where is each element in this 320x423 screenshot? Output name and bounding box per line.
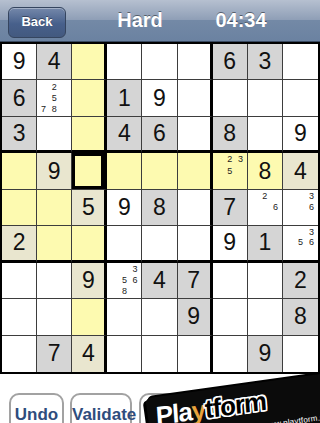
given-digit: 1 <box>118 87 131 110</box>
cell-r9c7[interactable] <box>213 336 248 372</box>
given-digit: 9 <box>187 305 200 328</box>
cell-r2c9[interactable] <box>283 80 318 116</box>
cell-r3c8[interactable] <box>248 117 283 153</box>
cell-r4c5[interactable] <box>142 153 177 189</box>
sudoku-app: Back Hard 04:34 946362578193468992358459… <box>0 0 320 423</box>
given-digit: 9 <box>258 342 271 365</box>
given-digit: 2 <box>294 269 307 292</box>
cell-r5c8[interactable]: 26 <box>248 190 283 226</box>
undo-button[interactable]: Undo <box>9 393 64 423</box>
cell-r6c6[interactable] <box>178 226 213 262</box>
given-digit: 8 <box>153 196 166 219</box>
given-digit: 7 <box>223 196 236 219</box>
given-digit: 9 <box>82 269 95 292</box>
pencil-marks: 2578 <box>38 81 70 114</box>
cell-r9c5[interactable] <box>142 336 177 372</box>
cell-r5c4[interactable]: 9 <box>107 190 142 226</box>
cell-r3c3[interactable] <box>72 117 107 153</box>
cell-r5c6[interactable] <box>178 190 213 226</box>
user-digit: 8 <box>258 160 271 183</box>
cell-r4c9[interactable]: 4 <box>283 153 318 189</box>
cell-r8c5[interactable] <box>142 299 177 335</box>
cell-r9c4[interactable] <box>107 336 142 372</box>
user-digit: 9 <box>294 122 307 145</box>
cell-r6c1[interactable]: 2 <box>2 226 37 262</box>
cell-r8c6[interactable]: 9 <box>178 299 213 335</box>
cell-r6c3[interactable] <box>72 226 107 262</box>
given-digit: 4 <box>153 269 166 292</box>
cell-r4c7[interactable]: 235 <box>213 153 248 189</box>
given-digit: 1 <box>258 231 271 254</box>
pencil-marks: 36 <box>284 191 317 224</box>
cell-r8c7[interactable] <box>213 299 248 335</box>
cell-r5c1[interactable] <box>2 190 37 226</box>
pencil-marks: 356 <box>284 227 317 258</box>
cell-r9c3[interactable]: 4 <box>72 336 107 372</box>
cell-r8c9[interactable]: 8 <box>283 299 318 335</box>
cell-r5c3[interactable]: 5 <box>72 190 107 226</box>
user-digit: 9 <box>153 87 166 110</box>
given-digit: 5 <box>82 196 95 219</box>
cell-r4c4[interactable] <box>107 153 142 189</box>
given-digit: 7 <box>48 342 61 365</box>
cell-r7c2[interactable] <box>37 263 72 299</box>
cell-r8c3[interactable] <box>72 299 107 335</box>
cell-r6c7[interactable]: 9 <box>213 226 248 262</box>
given-digit: 6 <box>223 50 236 73</box>
cell-r4c6[interactable] <box>178 153 213 189</box>
user-digit: 9 <box>118 196 131 219</box>
cell-r8c1[interactable] <box>2 299 37 335</box>
pencil-marks: 235 <box>214 154 246 187</box>
user-digit: 9 <box>13 50 26 73</box>
game-timer: 04:34 <box>206 9 276 32</box>
cell-r7c9[interactable]: 2 <box>283 263 318 299</box>
cell-r9c6[interactable] <box>178 336 213 372</box>
cell-r7c7[interactable] <box>213 263 248 299</box>
cell-r8c8[interactable] <box>248 299 283 335</box>
cell-r2c5[interactable]: 9 <box>142 80 177 116</box>
given-digit: 3 <box>258 50 271 73</box>
cell-r6c8[interactable]: 1 <box>248 226 283 262</box>
cell-r7c4[interactable]: 3568 <box>107 263 142 299</box>
given-digit: 6 <box>13 87 26 110</box>
cell-r3c5[interactable]: 6 <box>142 117 177 153</box>
cell-r6c5[interactable] <box>142 226 177 262</box>
cell-r2c3[interactable] <box>72 80 107 116</box>
given-digit: 9 <box>48 160 61 183</box>
cell-r1c2[interactable]: 4 <box>37 44 72 80</box>
cell-r5c5[interactable]: 8 <box>142 190 177 226</box>
given-digit: 6 <box>153 122 166 145</box>
given-digit: 4 <box>294 160 307 183</box>
cell-r7c1[interactable] <box>2 263 37 299</box>
back-button[interactable]: Back <box>8 7 66 38</box>
cell-r3c1[interactable]: 3 <box>2 117 37 153</box>
cell-r6c2[interactable] <box>37 226 72 262</box>
playtform-url: www.playtform.net <box>263 412 320 423</box>
given-digit: 8 <box>294 305 307 328</box>
sudoku-board[interactable]: 9463625781934689923584598726362913569356… <box>0 42 320 374</box>
cell-r2c1[interactable]: 6 <box>2 80 37 116</box>
cell-r1c3[interactable] <box>72 44 107 80</box>
cell-r1c1[interactable]: 9 <box>2 44 37 80</box>
cell-r2c4[interactable]: 1 <box>107 80 142 116</box>
cell-r2c7[interactable] <box>213 80 248 116</box>
cell-r7c8[interactable] <box>248 263 283 299</box>
cell-r4c3-selected[interactable] <box>72 153 107 189</box>
cell-r3c2[interactable] <box>37 117 72 153</box>
cell-r1c5[interactable] <box>142 44 177 80</box>
given-digit: 4 <box>48 50 61 73</box>
pencil-marks: 3568 <box>108 264 140 297</box>
difficulty-title: Hard <box>90 9 190 32</box>
cell-r7c6[interactable]: 7 <box>178 263 213 299</box>
given-digit: 2 <box>13 231 26 254</box>
cell-r2c8[interactable] <box>248 80 283 116</box>
cell-r9c9[interactable] <box>283 336 318 372</box>
cell-r8c2[interactable] <box>37 299 72 335</box>
cell-r5c9[interactable]: 36 <box>283 190 318 226</box>
cell-r6c4[interactable] <box>107 226 142 262</box>
cell-r9c2[interactable]: 7 <box>37 336 72 372</box>
cell-r5c7[interactable]: 7 <box>213 190 248 226</box>
cell-r7c3[interactable]: 9 <box>72 263 107 299</box>
given-digit: 7 <box>187 269 200 292</box>
cell-r1c9[interactable] <box>283 44 318 80</box>
cell-r6c9[interactable]: 356 <box>283 226 318 262</box>
cell-r2c6[interactable] <box>178 80 213 116</box>
navigation-bar: Back Hard 04:34 <box>0 0 320 42</box>
cell-r3c6[interactable] <box>178 117 213 153</box>
given-digit: 4 <box>82 342 95 365</box>
cell-r7c5[interactable]: 4 <box>142 263 177 299</box>
cell-r9c1[interactable] <box>2 336 37 372</box>
cell-r3c4[interactable]: 4 <box>107 117 142 153</box>
cell-r4c2[interactable]: 9 <box>37 153 72 189</box>
cell-r3c9[interactable]: 9 <box>283 117 318 153</box>
cell-r4c1[interactable] <box>2 153 37 189</box>
cell-r1c6[interactable] <box>178 44 213 80</box>
cell-r4c8[interactable]: 8 <box>248 153 283 189</box>
user-digit: 9 <box>223 231 236 254</box>
given-digit: 3 <box>13 122 26 145</box>
cell-r9c8[interactable]: 9 <box>248 336 283 372</box>
validate-button[interactable]: Validate <box>70 393 132 423</box>
cell-r1c8[interactable]: 3 <box>248 44 283 80</box>
given-digit: 4 <box>118 122 131 145</box>
cell-r5c2[interactable] <box>37 190 72 226</box>
cell-r3c7[interactable]: 8 <box>213 117 248 153</box>
cell-r2c2[interactable]: 2578 <box>37 80 72 116</box>
cell-r1c4[interactable] <box>107 44 142 80</box>
pencil-marks: 26 <box>249 191 281 224</box>
cell-r8c4[interactable] <box>107 299 142 335</box>
cell-r1c7[interactable]: 6 <box>213 44 248 80</box>
given-digit: 8 <box>223 122 236 145</box>
